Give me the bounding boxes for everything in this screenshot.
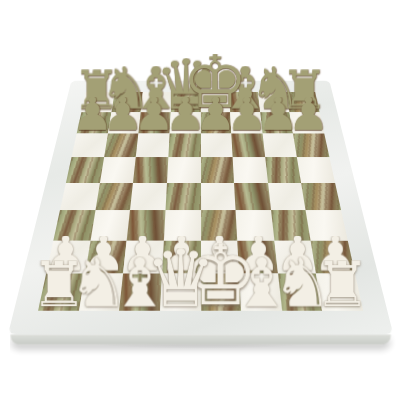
square-b4[interactable]	[95, 182, 133, 210]
piece-white-queen[interactable]: ♛	[144, 247, 215, 309]
square-g1[interactable]: ♞	[277, 273, 322, 310]
square-b6[interactable]	[103, 133, 138, 156]
square-b5[interactable]	[99, 157, 135, 182]
square-c5[interactable]	[133, 157, 168, 182]
perspective-scene: ♜♞♝♛♚♝♞♜♟♟♟♟♟♟♟♟♟♟♟♟♟♟♟♟♜♞♝♛♚♝♞♜	[0, 0, 400, 400]
square-e4[interactable]	[200, 182, 235, 210]
square-g6[interactable]	[262, 133, 297, 156]
square-d4[interactable]	[165, 182, 200, 210]
chess-board: ♜♞♝♛♚♝♞♜♟♟♟♟♟♟♟♟♟♟♟♟♟♟♟♟♜♞♝♛♚♝♞♜	[7, 80, 392, 333]
board-edge	[10, 334, 390, 344]
board-grid: ♜♞♝♛♚♝♞♜♟♟♟♟♟♟♟♟♟♟♟♟♟♟♟♟♜♞♝♛♚♝♞♜	[37, 92, 362, 310]
square-d1[interactable]: ♛	[159, 273, 200, 310]
square-f4[interactable]	[234, 182, 271, 210]
square-g4[interactable]	[267, 182, 305, 210]
square-h7[interactable]: ♟	[289, 112, 324, 134]
square-a5[interactable]	[66, 157, 104, 182]
piece-green-pawn[interactable]: ♟	[288, 97, 329, 133]
square-h6[interactable]	[293, 133, 329, 156]
square-c4[interactable]	[130, 182, 167, 210]
square-f6[interactable]	[231, 133, 265, 156]
square-f5[interactable]	[232, 157, 267, 182]
square-c6[interactable]	[136, 133, 170, 156]
square-e6[interactable]	[200, 133, 232, 156]
square-d6[interactable]	[168, 133, 200, 156]
square-g5[interactable]	[264, 157, 300, 182]
product-photo-stage: ♜♞♝♛♚♝♞♜♟♟♟♟♟♟♟♟♟♟♟♟♟♟♟♟♜♞♝♛♚♝♞♜	[0, 0, 400, 400]
square-d5[interactable]	[166, 157, 200, 182]
square-e5[interactable]	[200, 157, 234, 182]
square-a6[interactable]	[71, 133, 107, 156]
piece-white-knight[interactable]: ♞	[271, 256, 332, 309]
square-h5[interactable]	[297, 157, 335, 182]
square-a4[interactable]	[59, 182, 99, 210]
square-h4[interactable]	[301, 182, 341, 210]
